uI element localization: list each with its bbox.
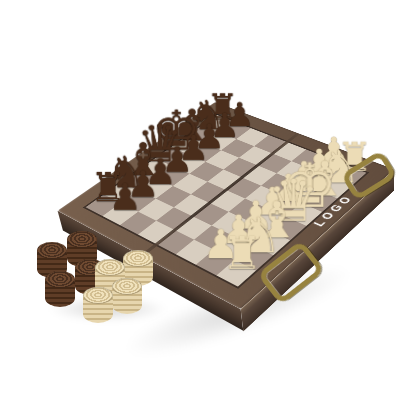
- dark-p-glyph: ♟: [84, 179, 166, 216]
- checker-top: [45, 271, 75, 288]
- checker-top: [112, 278, 142, 295]
- checker-stack-light: [83, 287, 113, 325]
- checker-top: [123, 250, 153, 267]
- checker-top: [67, 231, 97, 248]
- checker-top: [37, 242, 67, 259]
- checker-stack-dark: [45, 271, 75, 309]
- product-photo: LOGO ♜♞♝♚♛♝♞♜♟♟♟♟♟♟♟♟♟♟♟♟♟♟♟♟♜♞♝♚♛♝♞♜: [0, 0, 400, 400]
- checker-top: [83, 287, 113, 304]
- checker-stack-light: [112, 278, 142, 316]
- checker-top: [95, 259, 125, 276]
